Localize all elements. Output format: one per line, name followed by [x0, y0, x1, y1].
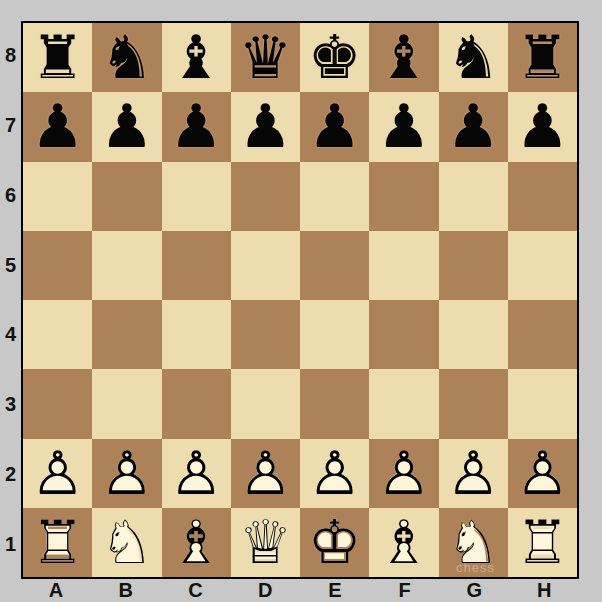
square-h7[interactable]: ♟ [508, 92, 577, 161]
black-pawn-icon: ♟ [23, 92, 92, 161]
white-bishop-outline-icon: ♗ [162, 508, 231, 577]
piece-white-pawn: ♟♙ [23, 439, 92, 508]
piece-black-pawn: ♟ [508, 92, 577, 161]
square-d3[interactable] [231, 369, 300, 438]
black-knight-icon: ♞ [439, 23, 508, 92]
file-label-g: G [440, 579, 510, 602]
square-c2[interactable]: ♟♙ [162, 439, 231, 508]
square-f1[interactable]: ♝♗ [369, 508, 438, 577]
rank-label-4: 4 [0, 300, 21, 370]
square-a3[interactable] [23, 369, 92, 438]
piece-white-pawn: ♟♙ [439, 439, 508, 508]
square-g4[interactable] [439, 300, 508, 369]
square-b1[interactable]: ♞♘ [92, 508, 161, 577]
piece-white-knight: ♞♘ [92, 508, 161, 577]
black-pawn-icon: ♟ [508, 92, 577, 161]
square-e1[interactable]: ♚♔ [300, 508, 369, 577]
piece-white-pawn: ♟♙ [508, 439, 577, 508]
piece-white-rook: ♜♖ [23, 508, 92, 577]
square-c7[interactable]: ♟ [162, 92, 231, 161]
white-pawn-outline-icon: ♙ [439, 439, 508, 508]
piece-black-pawn: ♟ [23, 92, 92, 161]
square-g8[interactable]: ♞ [439, 23, 508, 92]
square-g7[interactable]: ♟ [439, 92, 508, 161]
white-king-outline-icon: ♔ [300, 508, 369, 577]
white-bishop-outline-icon: ♗ [369, 508, 438, 577]
square-a1[interactable]: ♜♖ [23, 508, 92, 577]
square-b2[interactable]: ♟♙ [92, 439, 161, 508]
square-c1[interactable]: ♝♗ [162, 508, 231, 577]
square-b7[interactable]: ♟ [92, 92, 161, 161]
square-h6[interactable] [508, 162, 577, 231]
black-pawn-icon: ♟ [162, 92, 231, 161]
square-c4[interactable] [162, 300, 231, 369]
square-a4[interactable] [23, 300, 92, 369]
square-f7[interactable]: ♟ [369, 92, 438, 161]
square-d5[interactable] [231, 231, 300, 300]
square-b4[interactable] [92, 300, 161, 369]
piece-black-pawn: ♟ [300, 92, 369, 161]
file-label-f: F [370, 579, 440, 602]
piece-black-king: ♚ [300, 23, 369, 92]
piece-white-knight: ♞♘ [439, 508, 508, 577]
file-label-d: D [230, 579, 300, 602]
rank-label-2: 2 [0, 440, 21, 510]
piece-white-pawn: ♟♙ [231, 439, 300, 508]
square-f6[interactable] [369, 162, 438, 231]
square-h1[interactable]: ♜♖ [508, 508, 577, 577]
chess-board: ♜♞♝♛♚♝♞♜♟♟♟♟♟♟♟♟♟♙♟♙♟♙♟♙♟♙♟♙♟♙♟♙♜♖♞♘♝♗♛♕… [21, 21, 579, 579]
square-g3[interactable] [439, 369, 508, 438]
black-pawn-icon: ♟ [231, 92, 300, 161]
square-h4[interactable] [508, 300, 577, 369]
white-pawn-outline-icon: ♙ [300, 439, 369, 508]
file-labels: ABCDEFGH [21, 579, 579, 602]
rank-label-6: 6 [0, 161, 21, 231]
piece-white-pawn: ♟♙ [162, 439, 231, 508]
square-a8[interactable]: ♜ [23, 23, 92, 92]
square-f4[interactable] [369, 300, 438, 369]
square-c3[interactable] [162, 369, 231, 438]
square-h2[interactable]: ♟♙ [508, 439, 577, 508]
white-queen-outline-icon: ♕ [231, 508, 300, 577]
square-b3[interactable] [92, 369, 161, 438]
black-king-icon: ♚ [300, 23, 369, 92]
square-d7[interactable]: ♟ [231, 92, 300, 161]
square-f3[interactable] [369, 369, 438, 438]
rank-label-5: 5 [0, 230, 21, 300]
black-pawn-icon: ♟ [369, 92, 438, 161]
black-pawn-icon: ♟ [439, 92, 508, 161]
rank-labels: 87654321 [0, 21, 21, 579]
square-d4[interactable] [231, 300, 300, 369]
square-g6[interactable] [439, 162, 508, 231]
white-pawn-outline-icon: ♙ [162, 439, 231, 508]
piece-black-bishop: ♝ [162, 23, 231, 92]
piece-black-pawn: ♟ [439, 92, 508, 161]
chess-diagram: 87654321 ♜♞♝♛♚♝♞♜♟♟♟♟♟♟♟♟♟♙♟♙♟♙♟♙♟♙♟♙♟♙♟… [0, 0, 602, 602]
square-e8[interactable]: ♚ [300, 23, 369, 92]
square-c5[interactable] [162, 231, 231, 300]
file-label-b: B [91, 579, 161, 602]
black-bishop-icon: ♝ [162, 23, 231, 92]
rank-label-8: 8 [0, 21, 21, 91]
piece-white-pawn: ♟♙ [369, 439, 438, 508]
piece-black-pawn: ♟ [369, 92, 438, 161]
white-rook-outline-icon: ♖ [508, 508, 577, 577]
piece-white-queen: ♛♕ [231, 508, 300, 577]
white-pawn-outline-icon: ♙ [231, 439, 300, 508]
square-e4[interactable] [300, 300, 369, 369]
piece-black-knight: ♞ [439, 23, 508, 92]
black-queen-icon: ♛ [231, 23, 300, 92]
white-pawn-outline-icon: ♙ [23, 439, 92, 508]
piece-black-pawn: ♟ [162, 92, 231, 161]
square-a7[interactable]: ♟ [23, 92, 92, 161]
white-knight-outline-icon: ♘ [92, 508, 161, 577]
rank-label-7: 7 [0, 91, 21, 161]
piece-white-rook: ♜♖ [508, 508, 577, 577]
piece-white-bishop: ♝♗ [162, 508, 231, 577]
square-a6[interactable] [23, 162, 92, 231]
square-b6[interactable] [92, 162, 161, 231]
piece-black-bishop: ♝ [369, 23, 438, 92]
square-h3[interactable] [508, 369, 577, 438]
piece-white-pawn: ♟♙ [92, 439, 161, 508]
file-label-a: A [21, 579, 91, 602]
piece-white-bishop: ♝♗ [369, 508, 438, 577]
square-e2[interactable]: ♟♙ [300, 439, 369, 508]
piece-black-pawn: ♟ [231, 92, 300, 161]
square-g1[interactable]: ♞♘ [439, 508, 508, 577]
square-f2[interactable]: ♟♙ [369, 439, 438, 508]
file-label-c: C [161, 579, 231, 602]
square-c6[interactable] [162, 162, 231, 231]
square-e6[interactable] [300, 162, 369, 231]
rank-label-1: 1 [0, 509, 21, 579]
white-pawn-outline-icon: ♙ [369, 439, 438, 508]
square-e3[interactable] [300, 369, 369, 438]
square-b8[interactable]: ♞ [92, 23, 161, 92]
square-c8[interactable]: ♝ [162, 23, 231, 92]
square-h8[interactable]: ♜ [508, 23, 577, 92]
black-rook-icon: ♜ [23, 23, 92, 92]
file-label-h: H [509, 579, 579, 602]
square-f8[interactable]: ♝ [369, 23, 438, 92]
piece-black-queen: ♛ [231, 23, 300, 92]
piece-black-rook: ♜ [23, 23, 92, 92]
square-g5[interactable] [439, 231, 508, 300]
square-d8[interactable]: ♛ [231, 23, 300, 92]
piece-white-king: ♚♔ [300, 508, 369, 577]
piece-white-pawn: ♟♙ [300, 439, 369, 508]
white-pawn-outline-icon: ♙ [92, 439, 161, 508]
piece-black-knight: ♞ [92, 23, 161, 92]
square-e5[interactable] [300, 231, 369, 300]
square-b5[interactable] [92, 231, 161, 300]
square-g2[interactable]: ♟♙ [439, 439, 508, 508]
black-pawn-icon: ♟ [300, 92, 369, 161]
white-pawn-outline-icon: ♙ [508, 439, 577, 508]
white-knight-outline-icon: ♘ [439, 508, 508, 577]
square-f5[interactable] [369, 231, 438, 300]
piece-black-rook: ♜ [508, 23, 577, 92]
square-h5[interactable] [508, 231, 577, 300]
square-d6[interactable] [231, 162, 300, 231]
rank-label-3: 3 [0, 370, 21, 440]
black-pawn-icon: ♟ [92, 92, 161, 161]
square-e7[interactable]: ♟ [300, 92, 369, 161]
square-a5[interactable] [23, 231, 92, 300]
square-a2[interactable]: ♟♙ [23, 439, 92, 508]
square-d2[interactable]: ♟♙ [231, 439, 300, 508]
black-rook-icon: ♜ [508, 23, 577, 92]
file-label-e: E [300, 579, 370, 602]
square-d1[interactable]: ♛♕ [231, 508, 300, 577]
white-rook-outline-icon: ♖ [23, 508, 92, 577]
black-bishop-icon: ♝ [369, 23, 438, 92]
piece-black-pawn: ♟ [92, 92, 161, 161]
black-knight-icon: ♞ [92, 23, 161, 92]
